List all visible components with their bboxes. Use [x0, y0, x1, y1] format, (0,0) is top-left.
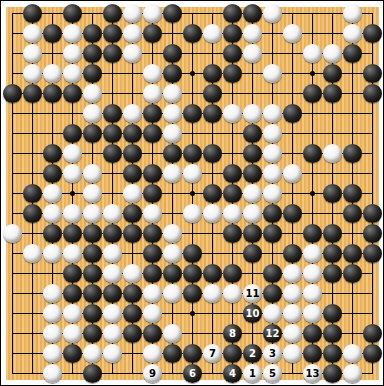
stone [123, 164, 142, 183]
stone [203, 284, 222, 303]
stone [143, 164, 162, 183]
star-point [310, 71, 315, 76]
stone [323, 364, 342, 383]
stone [263, 144, 282, 163]
stone [243, 144, 262, 163]
stone [263, 124, 282, 143]
stone [63, 164, 82, 183]
stone [123, 4, 142, 23]
stone [363, 84, 382, 103]
stone [163, 4, 182, 23]
stone [323, 64, 342, 83]
numbered-stone: 12 [263, 324, 282, 343]
stone [43, 184, 62, 203]
stone [163, 244, 182, 263]
stone [223, 164, 242, 183]
stone [343, 44, 362, 63]
stone [223, 24, 242, 43]
stone [103, 144, 122, 163]
stone [183, 144, 202, 163]
stone [263, 284, 282, 303]
numbered-stone: 1 [243, 364, 262, 383]
stone [43, 304, 62, 323]
stone [263, 204, 282, 223]
stone [283, 324, 302, 343]
stone [243, 164, 262, 183]
stone [123, 204, 142, 223]
board-grid: 11108127239641513 [12, 13, 373, 374]
stone [223, 184, 242, 203]
stone [83, 64, 102, 83]
stone [83, 344, 102, 363]
stone [43, 224, 62, 243]
star-point [190, 191, 195, 196]
stone [283, 104, 302, 123]
stone [63, 64, 82, 83]
stone [143, 344, 162, 363]
numbered-stone: 8 [223, 324, 242, 343]
stone [63, 344, 82, 363]
stone [343, 144, 362, 163]
stone [303, 304, 322, 323]
stone [323, 324, 342, 343]
stone [343, 24, 362, 43]
stone [63, 264, 82, 283]
stone [83, 224, 102, 243]
stone [23, 64, 42, 83]
numbered-stone: 11 [243, 284, 262, 303]
stone [143, 184, 162, 203]
stone [183, 284, 202, 303]
stone [303, 324, 322, 343]
stone [143, 324, 162, 343]
stone [63, 84, 82, 103]
numbered-stone: 7 [203, 344, 222, 363]
stone [203, 144, 222, 163]
stone [263, 304, 282, 323]
stone [63, 284, 82, 303]
stone [143, 124, 162, 143]
stone [63, 304, 82, 323]
stone [183, 244, 202, 263]
stone [43, 284, 62, 303]
stone [83, 204, 102, 223]
stone [43, 244, 62, 263]
stone [63, 24, 82, 43]
stone [163, 324, 182, 343]
stone [263, 64, 282, 83]
stone [83, 244, 102, 263]
stone [83, 264, 102, 283]
numbered-stone: 2 [243, 344, 262, 363]
stone [123, 124, 142, 143]
stone [83, 84, 102, 103]
stone [323, 244, 342, 263]
numbered-stone: 3 [263, 344, 282, 363]
stone [23, 244, 42, 263]
go-board[interactable]: 11108127239641513 [6, 7, 379, 380]
stone [83, 324, 102, 343]
numbered-stone: 13 [303, 364, 322, 383]
stone [303, 224, 322, 243]
stone [363, 344, 382, 363]
stone [263, 104, 282, 123]
stone [263, 184, 282, 203]
stone [43, 144, 62, 163]
stone [263, 4, 282, 23]
stone [183, 164, 202, 183]
stone [103, 304, 122, 323]
stone [323, 344, 342, 363]
stone [163, 224, 182, 243]
stone [43, 324, 62, 343]
stone [183, 24, 202, 43]
stone [43, 364, 62, 383]
stone [23, 4, 42, 23]
stone [223, 224, 242, 243]
stone [143, 304, 162, 323]
stone [323, 144, 342, 163]
stone [123, 44, 142, 63]
stone [83, 184, 102, 203]
stone [243, 124, 262, 143]
stone [163, 124, 182, 143]
stone [163, 64, 182, 83]
stone [243, 44, 262, 63]
stone [243, 184, 262, 203]
stone [323, 224, 342, 243]
stone [223, 264, 242, 283]
stone [163, 164, 182, 183]
stone [303, 84, 322, 103]
stone [183, 104, 202, 123]
stone [363, 24, 382, 43]
stone [343, 364, 362, 383]
stone [83, 364, 102, 383]
stone [323, 264, 342, 283]
stone [283, 204, 302, 223]
stone [223, 204, 242, 223]
stone [43, 344, 62, 363]
stone [203, 64, 222, 83]
stone [223, 64, 242, 83]
stone [163, 104, 182, 123]
stone [203, 84, 222, 103]
stone [123, 224, 142, 243]
stone [123, 184, 142, 203]
stone [103, 284, 122, 303]
stone [223, 4, 242, 23]
stone [363, 224, 382, 243]
stone [43, 24, 62, 43]
stone [263, 264, 282, 283]
stone [143, 264, 162, 283]
stone [83, 164, 102, 183]
stone [303, 244, 322, 263]
stone [223, 344, 242, 363]
stone [43, 164, 62, 183]
stone [63, 224, 82, 243]
go-board-screenshot: 11108127239641513 [0, 0, 384, 386]
stone [23, 44, 42, 63]
stone [103, 264, 122, 283]
stone [63, 44, 82, 63]
stone [143, 104, 162, 123]
stone [223, 284, 242, 303]
stone [283, 284, 302, 303]
stone [283, 344, 302, 363]
stone [163, 264, 182, 283]
stone [163, 144, 182, 163]
stone [323, 44, 342, 63]
numbered-stone: 10 [243, 304, 262, 323]
stone [223, 104, 242, 123]
stone [263, 164, 282, 183]
stone [43, 84, 62, 103]
stone [143, 84, 162, 103]
stone [103, 344, 122, 363]
numbered-stone: 4 [223, 364, 242, 383]
stone [283, 264, 302, 283]
stone [363, 244, 382, 263]
stone [283, 304, 302, 323]
star-point [190, 311, 195, 316]
stone [343, 344, 362, 363]
stone [103, 324, 122, 343]
star-point [190, 71, 195, 76]
stone [303, 264, 322, 283]
stone [243, 244, 262, 263]
stone [163, 284, 182, 303]
stone [103, 124, 122, 143]
stone [203, 204, 222, 223]
stone [283, 24, 302, 43]
stone [183, 204, 202, 223]
stone [223, 44, 242, 63]
stone [323, 84, 342, 103]
stone [343, 204, 362, 223]
stone [143, 4, 162, 23]
stone [363, 64, 382, 83]
stone [163, 84, 182, 103]
stone [363, 204, 382, 223]
stone [243, 104, 262, 123]
stone [3, 224, 22, 243]
star-point [310, 191, 315, 196]
stone [3, 84, 22, 103]
stone [43, 204, 62, 223]
stone [203, 24, 222, 43]
stone [23, 204, 42, 223]
stone [323, 304, 342, 323]
stone [263, 224, 282, 243]
stone [283, 164, 302, 183]
stone [343, 264, 362, 283]
stone [143, 244, 162, 263]
numbered-stone: 9 [143, 364, 162, 383]
stone [123, 324, 142, 343]
stone [103, 244, 122, 263]
stone [63, 324, 82, 343]
stone [83, 104, 102, 123]
stone [123, 284, 142, 303]
stone [103, 224, 122, 243]
stone [63, 4, 82, 23]
stone [63, 144, 82, 163]
stone [123, 144, 142, 163]
stone [123, 24, 142, 43]
stone [243, 4, 262, 23]
stone [123, 264, 142, 283]
stone [363, 324, 382, 343]
stone [23, 184, 42, 203]
stone [323, 184, 342, 203]
stone [103, 204, 122, 223]
stone [163, 344, 182, 363]
stone [203, 104, 222, 123]
stone [143, 24, 162, 43]
stone [243, 224, 262, 243]
stone [143, 284, 162, 303]
stone [203, 264, 222, 283]
numbered-stone: 6 [183, 364, 202, 383]
stone [243, 204, 262, 223]
stone [203, 184, 222, 203]
stone [343, 184, 362, 203]
stone [283, 244, 302, 263]
stone [143, 224, 162, 243]
stone [23, 24, 42, 43]
stone [303, 284, 322, 303]
stone [183, 264, 202, 283]
stone [83, 44, 102, 63]
stone [83, 284, 102, 303]
stone [63, 124, 82, 143]
star-point [70, 191, 75, 196]
stone [303, 144, 322, 163]
stone [63, 204, 82, 223]
stone [63, 244, 82, 263]
stone [303, 344, 322, 363]
stone [103, 104, 122, 123]
stone [143, 204, 162, 223]
stone [243, 24, 262, 43]
stone [183, 344, 202, 363]
stone [83, 124, 102, 143]
stone [343, 4, 362, 23]
stone [43, 64, 62, 83]
stone [143, 64, 162, 83]
numbered-stone: 5 [263, 364, 282, 383]
stone [103, 4, 122, 23]
stone [103, 44, 122, 63]
stone [303, 44, 322, 63]
stone [343, 244, 362, 263]
stone [123, 304, 142, 323]
stone [163, 44, 182, 63]
stone [103, 24, 122, 43]
stone [23, 84, 42, 103]
stone [83, 24, 102, 43]
stone [123, 104, 142, 123]
stone [83, 304, 102, 323]
